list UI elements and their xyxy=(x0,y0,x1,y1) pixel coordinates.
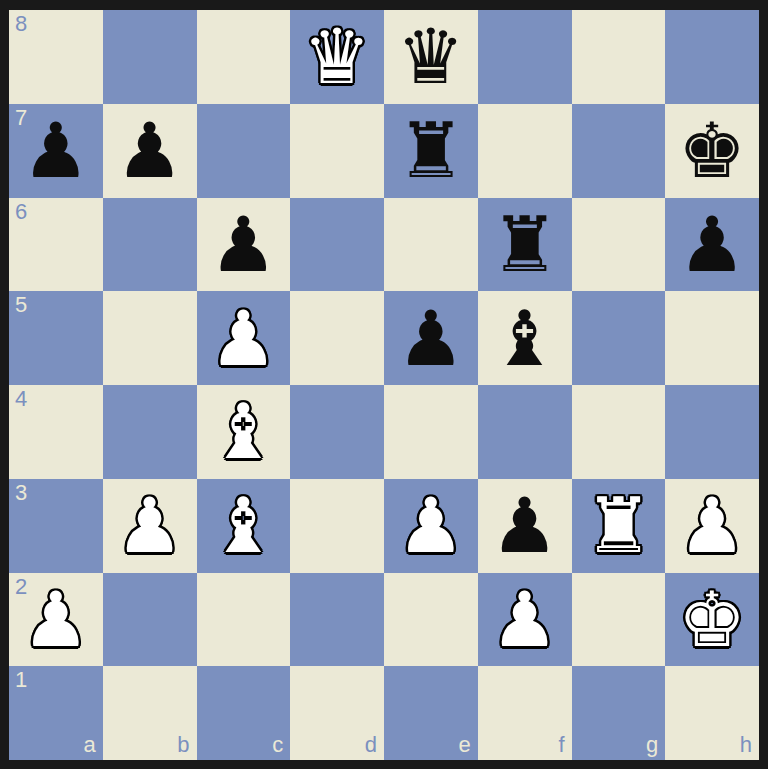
black-pawn[interactable]: ♟ xyxy=(397,292,465,385)
rank-label-3: 3 xyxy=(15,482,27,504)
black-pawn[interactable]: ♟ xyxy=(678,198,746,291)
square-d5[interactable] xyxy=(290,291,384,385)
square-c8[interactable] xyxy=(197,10,291,104)
square-h3[interactable]: ♟ xyxy=(665,479,759,573)
file-label-a: a xyxy=(84,734,96,756)
square-f4[interactable] xyxy=(478,385,572,479)
file-label-g: g xyxy=(646,734,658,756)
square-d7[interactable] xyxy=(290,104,384,198)
square-b6[interactable] xyxy=(103,198,197,292)
rank-label-1: 1 xyxy=(15,669,27,691)
square-d2[interactable] xyxy=(290,573,384,667)
square-d8[interactable]: ♛ xyxy=(290,10,384,104)
square-g6[interactable] xyxy=(572,198,666,292)
rank-label-8: 8 xyxy=(15,13,27,35)
square-h4[interactable] xyxy=(665,385,759,479)
square-a6[interactable]: 6 xyxy=(9,198,103,292)
square-c1[interactable]: c xyxy=(197,666,291,760)
square-h7[interactable]: ♚ xyxy=(665,104,759,198)
square-b8[interactable] xyxy=(103,10,197,104)
file-label-d: d xyxy=(365,734,377,756)
square-e2[interactable] xyxy=(384,573,478,667)
square-c2[interactable] xyxy=(197,573,291,667)
square-f1[interactable]: f xyxy=(478,666,572,760)
square-d6[interactable] xyxy=(290,198,384,292)
square-a3[interactable]: 3 xyxy=(9,479,103,573)
square-g1[interactable]: g xyxy=(572,666,666,760)
square-c7[interactable] xyxy=(197,104,291,198)
square-h1[interactable]: h xyxy=(665,666,759,760)
black-pawn[interactable]: ♟ xyxy=(491,479,559,572)
square-g2[interactable] xyxy=(572,573,666,667)
file-label-h: h xyxy=(740,734,752,756)
square-f2[interactable]: ♟ xyxy=(478,573,572,667)
square-g4[interactable] xyxy=(572,385,666,479)
white-king[interactable]: ♚ xyxy=(678,573,746,666)
square-g8[interactable] xyxy=(572,10,666,104)
square-a8[interactable]: 8 xyxy=(9,10,103,104)
square-b5[interactable] xyxy=(103,291,197,385)
square-g5[interactable] xyxy=(572,291,666,385)
file-label-e: e xyxy=(459,734,471,756)
file-label-c: c xyxy=(272,734,283,756)
square-e5[interactable]: ♟ xyxy=(384,291,478,385)
square-e6[interactable] xyxy=(384,198,478,292)
file-label-b: b xyxy=(177,734,189,756)
black-rook[interactable]: ♜ xyxy=(491,198,559,291)
square-b1[interactable]: b xyxy=(103,666,197,760)
square-a4[interactable]: 4 xyxy=(9,385,103,479)
white-pawn[interactable]: ♟ xyxy=(22,573,90,666)
square-d3[interactable] xyxy=(290,479,384,573)
square-h5[interactable] xyxy=(665,291,759,385)
square-g3[interactable]: ♜ xyxy=(572,479,666,573)
square-b2[interactable] xyxy=(103,573,197,667)
board-frame: 8♛♛7♟♟♜♚6♟♜♟5♟♟♝4♝3♟♝♟♟♜♟2♟♟♚1abcdefgh xyxy=(0,0,768,769)
black-pawn[interactable]: ♟ xyxy=(116,104,184,197)
square-e7[interactable]: ♜ xyxy=(384,104,478,198)
square-a1[interactable]: 1a xyxy=(9,666,103,760)
white-pawn[interactable]: ♟ xyxy=(678,479,746,572)
white-pawn[interactable]: ♟ xyxy=(397,479,465,572)
file-label-f: f xyxy=(558,734,564,756)
square-d4[interactable] xyxy=(290,385,384,479)
square-c4[interactable]: ♝ xyxy=(197,385,291,479)
square-e1[interactable]: e xyxy=(384,666,478,760)
rank-label-5: 5 xyxy=(15,294,27,316)
square-a5[interactable]: 5 xyxy=(9,291,103,385)
white-rook[interactable]: ♜ xyxy=(584,479,652,572)
square-f3[interactable]: ♟ xyxy=(478,479,572,573)
square-b7[interactable]: ♟ xyxy=(103,104,197,198)
square-b3[interactable]: ♟ xyxy=(103,479,197,573)
rank-label-4: 4 xyxy=(15,388,27,410)
white-pawn[interactable]: ♟ xyxy=(116,479,184,572)
square-a2[interactable]: 2♟ xyxy=(9,573,103,667)
black-queen[interactable]: ♛ xyxy=(397,10,465,103)
white-pawn[interactable]: ♟ xyxy=(209,292,277,385)
square-h8[interactable] xyxy=(665,10,759,104)
square-f7[interactable] xyxy=(478,104,572,198)
square-c3[interactable]: ♝ xyxy=(197,479,291,573)
black-bishop[interactable]: ♝ xyxy=(491,292,559,385)
black-rook[interactable]: ♜ xyxy=(397,104,465,197)
square-c5[interactable]: ♟ xyxy=(197,291,291,385)
square-h6[interactable]: ♟ xyxy=(665,198,759,292)
square-f5[interactable]: ♝ xyxy=(478,291,572,385)
square-e8[interactable]: ♛ xyxy=(384,10,478,104)
black-pawn[interactable]: ♟ xyxy=(22,104,90,197)
square-g7[interactable] xyxy=(572,104,666,198)
square-d1[interactable]: d xyxy=(290,666,384,760)
square-c6[interactable]: ♟ xyxy=(197,198,291,292)
square-b4[interactable] xyxy=(103,385,197,479)
black-king[interactable]: ♚ xyxy=(678,104,746,197)
square-a7[interactable]: 7♟ xyxy=(9,104,103,198)
rank-label-6: 6 xyxy=(15,201,27,223)
white-queen[interactable]: ♛ xyxy=(303,10,371,103)
white-pawn[interactable]: ♟ xyxy=(491,573,559,666)
square-e4[interactable] xyxy=(384,385,478,479)
square-e3[interactable]: ♟ xyxy=(384,479,478,573)
white-bishop[interactable]: ♝ xyxy=(209,479,277,572)
chess-board: 8♛♛7♟♟♜♚6♟♜♟5♟♟♝4♝3♟♝♟♟♜♟2♟♟♚1abcdefgh xyxy=(9,10,759,760)
black-pawn[interactable]: ♟ xyxy=(209,198,277,291)
square-h2[interactable]: ♚ xyxy=(665,573,759,667)
square-f6[interactable]: ♜ xyxy=(478,198,572,292)
square-f8[interactable] xyxy=(478,10,572,104)
white-bishop[interactable]: ♝ xyxy=(209,385,277,478)
